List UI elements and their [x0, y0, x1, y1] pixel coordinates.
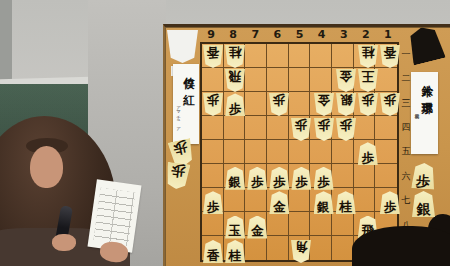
row-label: 六: [400, 164, 412, 188]
shogi-piece-王[interactable]: 王: [358, 69, 378, 92]
shogi-piece-歩[interactable]: 歩: [314, 167, 334, 190]
board-square[interactable]: [245, 116, 267, 140]
board-square[interactable]: [310, 140, 332, 164]
captured-piece-銀[interactable]: 銀: [412, 191, 435, 217]
board-square[interactable]: [289, 68, 311, 92]
shogi-piece-歩[interactable]: 歩: [380, 191, 400, 214]
col-label: 5: [288, 28, 310, 42]
board-square[interactable]: [375, 116, 397, 140]
audience-head: [352, 226, 450, 266]
shogi-piece-香[interactable]: 香: [203, 240, 223, 263]
board-square[interactable]: [202, 116, 224, 140]
board-square[interactable]: [224, 188, 246, 212]
shogi-board[interactable]: 香桂桂香飛金王歩歩歩金銀歩歩歩歩歩歩銀歩歩歩歩歩金銀桂歩玉金飛香桂角香: [200, 42, 399, 262]
board-square[interactable]: [332, 236, 354, 260]
shogi-piece-歩[interactable]: 歩: [247, 167, 267, 190]
gote-side-white-piece-marker: [167, 30, 198, 63]
col-label: 6: [266, 28, 288, 42]
player-plate-right: 女流初段 鈴木 環那: [411, 72, 438, 154]
board-square[interactable]: [332, 140, 354, 164]
shogi-piece-桂[interactable]: 桂: [225, 45, 245, 68]
board-square[interactable]: [289, 92, 311, 116]
board-square[interactable]: [354, 188, 376, 212]
player-plate-left: アマチュア 竹俣 紅: [173, 64, 199, 144]
board-square[interactable]: [245, 68, 267, 92]
board-square[interactable]: [354, 116, 376, 140]
shogi-piece-金[interactable]: 金: [269, 191, 289, 214]
board-square[interactable]: [245, 44, 267, 68]
board-square[interactable]: [267, 140, 289, 164]
board-square[interactable]: [332, 164, 354, 188]
col-label: 8: [222, 28, 244, 42]
photo-scene: アマチュア 竹俣 紅 女流初段 鈴木 環那 987654321 一二三四五六七八…: [0, 0, 450, 266]
board-square[interactable]: [310, 236, 332, 260]
shogi-piece-香[interactable]: 香: [203, 45, 223, 68]
shogi-piece-桂[interactable]: 桂: [336, 191, 356, 214]
board-square[interactable]: [375, 164, 397, 188]
board-square[interactable]: [289, 140, 311, 164]
board-square[interactable]: [224, 140, 246, 164]
board-square[interactable]: [267, 116, 289, 140]
shogi-piece-歩[interactable]: 歩: [269, 167, 289, 190]
player-right-name: 鈴木 環那: [420, 76, 435, 154]
shogi-piece-歩[interactable]: 歩: [225, 93, 245, 116]
board-square[interactable]: [289, 44, 311, 68]
board-square[interactable]: [202, 212, 224, 236]
shogi-piece-銀[interactable]: 銀: [314, 191, 334, 214]
row-label: 二: [400, 66, 412, 90]
row-label: 七: [400, 189, 412, 213]
shogi-piece-歩[interactable]: 歩: [203, 191, 223, 214]
presenter-face: [30, 146, 63, 188]
col-label: 3: [333, 28, 355, 42]
col-label: 2: [355, 28, 377, 42]
board-square[interactable]: [245, 236, 267, 260]
board-square[interactable]: [289, 188, 311, 212]
board-square[interactable]: [202, 140, 224, 164]
board-square[interactable]: [267, 44, 289, 68]
board-square[interactable]: [310, 44, 332, 68]
board-square[interactable]: [375, 68, 397, 92]
board-square[interactable]: [245, 188, 267, 212]
board-square[interactable]: [310, 212, 332, 236]
board-square[interactable]: [310, 68, 332, 92]
shogi-piece-玉[interactable]: 玉: [225, 216, 245, 239]
col-label: 7: [244, 28, 266, 42]
shogi-piece-歩[interactable]: 歩: [358, 142, 378, 165]
shogi-piece-歩[interactable]: 歩: [314, 118, 334, 141]
col-label: 1: [377, 28, 399, 42]
shogi-piece-歩[interactable]: 歩: [291, 167, 311, 190]
row-label: 五: [400, 140, 412, 164]
board-square[interactable]: [332, 44, 354, 68]
board-square[interactable]: [267, 236, 289, 260]
score-sheet-grid: [93, 188, 135, 246]
shogi-piece-桂[interactable]: 桂: [225, 240, 245, 263]
board-square[interactable]: [267, 212, 289, 236]
col-label: 9: [200, 28, 222, 42]
board-square[interactable]: [245, 140, 267, 164]
shogi-piece-銀[interactable]: 銀: [225, 167, 245, 190]
board-square[interactable]: [202, 68, 224, 92]
shogi-piece-香[interactable]: 香: [380, 45, 400, 68]
board-square[interactable]: [202, 164, 224, 188]
row-label: 一: [400, 42, 412, 66]
board-square[interactable]: [245, 92, 267, 116]
row-label: 四: [400, 115, 412, 139]
board-column-labels: 987654321: [200, 28, 399, 42]
board-square[interactable]: [224, 116, 246, 140]
board-square[interactable]: [267, 68, 289, 92]
board-square[interactable]: [289, 212, 311, 236]
board-square[interactable]: [354, 164, 376, 188]
player-left-name: 竹俣 紅: [181, 68, 196, 144]
row-label: 三: [400, 91, 412, 115]
shogi-piece-歩[interactable]: 歩: [336, 118, 356, 141]
shogi-piece-歩[interactable]: 歩: [291, 118, 311, 141]
board-square[interactable]: [375, 140, 397, 164]
shogi-piece-金[interactable]: 金: [247, 216, 267, 239]
shogi-piece-桂[interactable]: 桂: [358, 45, 378, 68]
presenter-hand: [52, 234, 76, 251]
col-label: 4: [311, 28, 333, 42]
board-square[interactable]: [332, 212, 354, 236]
shogi-piece-飛[interactable]: 飛: [225, 69, 245, 92]
